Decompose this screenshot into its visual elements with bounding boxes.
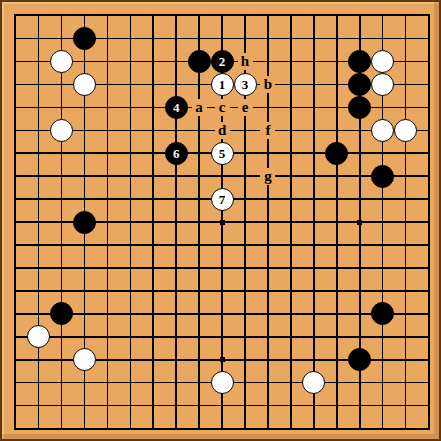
letter-label: f: [260, 122, 275, 139]
letter-label: d: [215, 122, 230, 139]
white-stone: [394, 119, 417, 142]
grid-line-vertical: [290, 16, 292, 429]
black-stone: [348, 96, 371, 119]
black-stone-move-4: 4: [165, 96, 188, 119]
letter-label: e: [238, 99, 253, 116]
move-number: 4: [173, 101, 180, 114]
letter-label: b: [260, 76, 275, 93]
black-stone: [325, 142, 348, 165]
grid-line-horizontal: [16, 244, 429, 246]
white-stone-move-3: 3: [234, 73, 257, 96]
black-stone: [73, 27, 96, 50]
black-stone: [73, 211, 96, 234]
grid-line-vertical: [313, 16, 315, 429]
grid-line-horizontal: [16, 290, 429, 292]
black-stone: [348, 50, 371, 73]
move-number: 1: [219, 78, 226, 91]
black-stone: [371, 165, 394, 188]
star-point: [220, 220, 225, 225]
black-stone-move-2: 2: [211, 50, 234, 73]
letter-label: a: [192, 99, 207, 116]
white-stone-move-1: 1: [211, 73, 234, 96]
grid-line-horizontal: [16, 267, 429, 269]
white-stone-move-5: 5: [211, 142, 234, 165]
go-board: abcdefgh1234567: [0, 0, 441, 441]
white-stone: [371, 73, 394, 96]
move-number: 3: [242, 78, 249, 91]
move-number: 5: [219, 147, 226, 160]
move-number: 6: [173, 147, 180, 160]
star-point: [220, 357, 225, 362]
grid-line-horizontal: [16, 313, 429, 315]
grid-line-horizontal: [16, 405, 429, 407]
letter-label: g: [260, 168, 275, 185]
white-stone: [211, 371, 234, 394]
black-stone-move-6: 6: [165, 142, 188, 165]
star-point: [357, 220, 362, 225]
white-stone-move-7: 7: [211, 188, 234, 211]
black-stone: [348, 73, 371, 96]
white-stone: [73, 73, 96, 96]
grid-line-vertical: [336, 16, 338, 429]
white-stone: [371, 50, 394, 73]
grid-line-horizontal: [16, 336, 429, 338]
black-stone: [188, 50, 211, 73]
white-stone: [371, 119, 394, 142]
go-diagram: abcdefgh1234567: [0, 0, 441, 441]
move-number: 7: [219, 193, 226, 206]
letter-label: c: [215, 99, 230, 116]
white-stone: [50, 50, 73, 73]
move-number: 2: [219, 55, 226, 68]
grid-line-vertical: [405, 16, 407, 429]
letter-label: h: [238, 53, 253, 70]
white-stone: [50, 119, 73, 142]
white-stone: [73, 348, 96, 371]
